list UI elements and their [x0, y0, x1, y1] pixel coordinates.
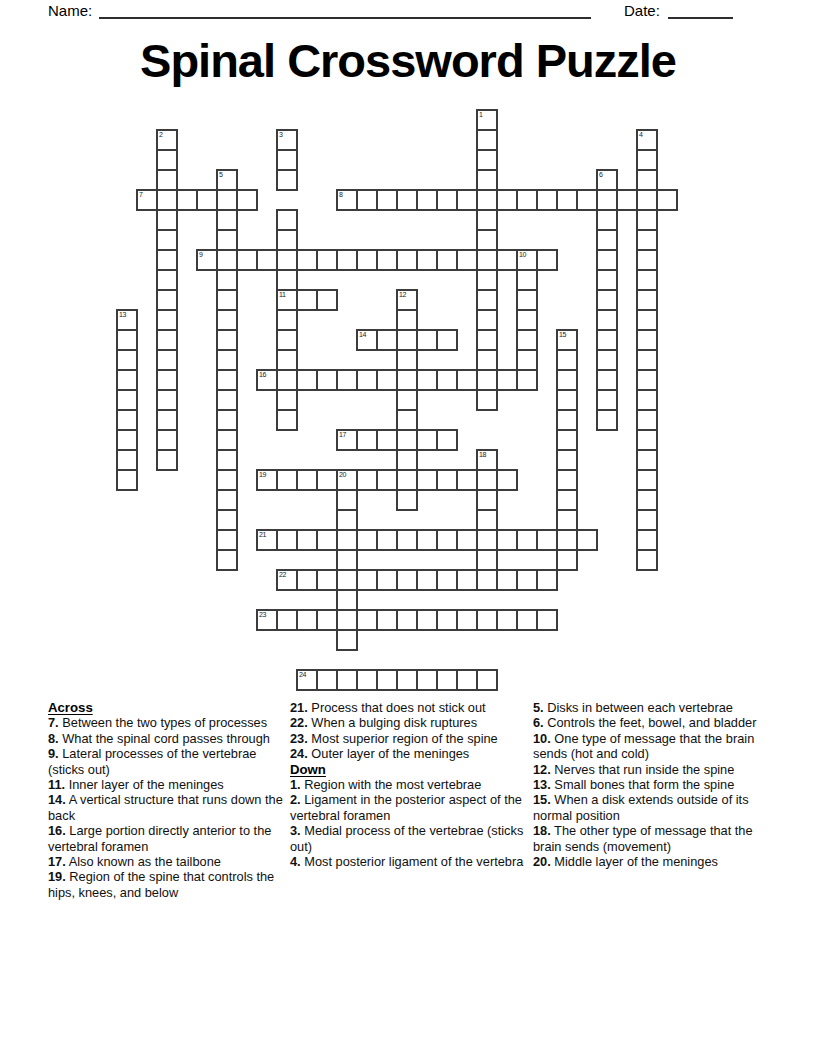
grid-cell[interactable]: 19 — [256, 469, 278, 491]
grid-cell[interactable] — [196, 189, 218, 211]
grid-cell[interactable] — [356, 669, 378, 691]
grid-cell[interactable]: 16 — [256, 369, 278, 391]
grid-cell[interactable] — [156, 349, 178, 371]
grid-cell[interactable] — [276, 249, 298, 271]
grid-cell[interactable] — [636, 389, 658, 411]
clue-number: 10 — [519, 251, 526, 259]
clue-number: 8 — [339, 191, 343, 199]
grid-cell[interactable] — [416, 529, 438, 551]
grid-cell[interactable] — [336, 569, 358, 591]
grid-cell[interactable] — [536, 189, 558, 211]
grid-cell[interactable] — [396, 369, 418, 391]
grid-cell[interactable] — [416, 669, 438, 691]
grid-cell[interactable] — [436, 569, 458, 591]
grid-cell[interactable] — [536, 529, 558, 551]
grid-cell[interactable] — [476, 669, 498, 691]
grid-cell[interactable]: 10 — [516, 249, 538, 271]
grid-cell[interactable] — [216, 549, 238, 571]
grid-cell[interactable] — [436, 669, 458, 691]
grid-cell[interactable] — [596, 229, 618, 251]
grid-cell[interactable] — [216, 289, 238, 311]
grid-cell[interactable] — [476, 269, 498, 291]
grid-cell[interactable] — [216, 269, 238, 291]
grid-cell[interactable] — [216, 409, 238, 431]
grid-cell[interactable] — [596, 409, 618, 431]
grid-cell[interactable]: 6 — [596, 169, 618, 191]
grid-cell[interactable] — [556, 189, 578, 211]
grid-cell[interactable] — [436, 189, 458, 211]
grid-cell[interactable] — [596, 329, 618, 351]
grid-cell[interactable] — [416, 469, 438, 491]
grid-cell[interactable] — [276, 229, 298, 251]
grid-cell[interactable] — [356, 429, 378, 451]
grid-cell[interactable] — [396, 449, 418, 471]
grid-cell[interactable] — [416, 569, 438, 591]
grid-cell[interactable] — [216, 249, 238, 271]
grid-cell[interactable] — [276, 609, 298, 631]
grid-cell[interactable]: 17 — [336, 429, 358, 451]
grid-cell[interactable] — [456, 609, 478, 631]
grid-cell[interactable] — [216, 529, 238, 551]
grid-cell[interactable] — [636, 269, 658, 291]
clue: 10. One type of message that the brain s… — [533, 731, 783, 762]
grid-cell[interactable] — [316, 569, 338, 591]
grid-cell[interactable] — [556, 409, 578, 431]
grid-cell[interactable] — [356, 189, 378, 211]
grid-cell[interactable] — [476, 209, 498, 231]
grid-cell[interactable] — [616, 189, 638, 211]
grid-cell[interactable] — [476, 569, 498, 591]
clue: 21. Process that does not stick out — [290, 700, 526, 715]
grid-cell[interactable] — [296, 289, 318, 311]
clue-number: 1 — [479, 111, 483, 119]
grid-cell[interactable] — [396, 329, 418, 351]
grid-cell[interactable] — [456, 569, 478, 591]
grid-cell[interactable] — [376, 249, 398, 271]
clue-number: 18 — [479, 451, 486, 459]
grid-cell[interactable] — [376, 329, 398, 351]
grid-cell[interactable] — [496, 469, 518, 491]
grid-cell[interactable] — [376, 609, 398, 631]
grid-cell[interactable] — [276, 269, 298, 291]
grid-cell[interactable] — [376, 469, 398, 491]
grid-cell[interactable]: 9 — [196, 249, 218, 271]
grid-cell[interactable] — [476, 229, 498, 251]
grid-cell[interactable] — [156, 229, 178, 251]
grid-cell[interactable] — [596, 309, 618, 331]
grid-cell[interactable] — [156, 169, 178, 191]
grid-cell[interactable] — [216, 369, 238, 391]
grid-cell[interactable] — [636, 549, 658, 571]
grid-cell[interactable] — [116, 429, 138, 451]
grid-cell[interactable] — [336, 369, 358, 391]
grid-cell[interactable] — [496, 189, 518, 211]
grid-cell[interactable] — [476, 489, 498, 511]
grid-cell[interactable] — [476, 369, 498, 391]
grid-cell[interactable] — [536, 249, 558, 271]
clue: 15. When a disk extends outside of its n… — [533, 792, 783, 823]
grid-cell[interactable] — [636, 489, 658, 511]
grid-cell[interactable] — [456, 469, 478, 491]
grid-cell[interactable] — [636, 469, 658, 491]
grid-cell[interactable] — [336, 529, 358, 551]
grid-cell[interactable] — [516, 349, 538, 371]
grid-cell[interactable] — [456, 529, 478, 551]
grid-cell[interactable] — [536, 569, 558, 591]
grid-cell[interactable] — [296, 469, 318, 491]
grid-cell[interactable] — [396, 309, 418, 331]
grid-cell[interactable]: 1 — [476, 109, 498, 131]
grid-cell[interactable] — [396, 349, 418, 371]
grid-cell[interactable] — [376, 529, 398, 551]
grid-cell[interactable] — [636, 309, 658, 331]
grid-cell[interactable] — [396, 609, 418, 631]
grid-cell[interactable] — [636, 229, 658, 251]
grid-cell[interactable] — [416, 329, 438, 351]
clue-number: 11 — [279, 291, 286, 299]
grid-cell[interactable] — [436, 329, 458, 351]
grid-cell[interactable] — [496, 529, 518, 551]
grid-cell[interactable] — [436, 429, 458, 451]
clue: 11. Inner layer of the meninges — [48, 777, 286, 792]
clue: 13. Small bones that form the spine — [533, 777, 783, 792]
grid-cell[interactable] — [116, 449, 138, 471]
grid-cell[interactable]: 3 — [276, 129, 298, 151]
grid-cell[interactable] — [176, 189, 198, 211]
grid-cell[interactable] — [336, 589, 358, 611]
grid-cell[interactable]: 7 — [136, 189, 158, 211]
grid-cell[interactable] — [456, 369, 478, 391]
grid-cell[interactable] — [476, 189, 498, 211]
clue: 12. Nerves that run inside the spine — [533, 762, 783, 777]
grid-cell[interactable]: 18 — [476, 449, 498, 471]
grid-cell[interactable] — [456, 249, 478, 271]
grid-cell[interactable] — [156, 269, 178, 291]
grid-cell[interactable] — [556, 429, 578, 451]
grid-cell[interactable] — [556, 389, 578, 411]
grid-cell[interactable] — [376, 369, 398, 391]
grid-cell[interactable] — [636, 209, 658, 231]
grid-cell[interactable]: 22 — [276, 569, 298, 591]
clue: 9. Lateral processes of the vertebrae (s… — [48, 746, 286, 777]
grid-cell[interactable] — [316, 289, 338, 311]
grid-cell[interactable] — [156, 429, 178, 451]
grid-cell[interactable] — [496, 369, 518, 391]
date-fill-line[interactable] — [668, 1, 733, 19]
grid-cell[interactable] — [276, 329, 298, 351]
grid-cell[interactable] — [216, 469, 238, 491]
grid-cell[interactable] — [276, 469, 298, 491]
grid-cell[interactable] — [476, 149, 498, 171]
grid-cell[interactable]: 12 — [396, 289, 418, 311]
clue-number: 14 — [359, 331, 366, 339]
grid-cell[interactable]: 11 — [276, 289, 298, 311]
grid-cell[interactable] — [156, 329, 178, 351]
grid-cell[interactable] — [276, 389, 298, 411]
grid-cell[interactable] — [556, 489, 578, 511]
grid-cell[interactable] — [636, 409, 658, 431]
grid-cell[interactable] — [216, 509, 238, 531]
grid-cell[interactable] — [116, 469, 138, 491]
grid-cell[interactable] — [536, 609, 558, 631]
grid-cell[interactable] — [156, 189, 178, 211]
grid-cell[interactable] — [316, 249, 338, 271]
grid-cell[interactable] — [416, 249, 438, 271]
clue: 23. Most superior region of the spine — [290, 731, 526, 746]
grid-cell[interactable] — [416, 369, 438, 391]
grid-cell[interactable] — [596, 289, 618, 311]
grid-cell[interactable] — [516, 309, 538, 331]
grid-cell[interactable] — [356, 469, 378, 491]
grid-cell[interactable] — [516, 569, 538, 591]
grid-cell[interactable] — [216, 429, 238, 451]
grid-cell[interactable] — [476, 529, 498, 551]
name-fill-line[interactable] — [99, 1, 591, 19]
grid-cell[interactable] — [576, 529, 598, 551]
grid-cell[interactable] — [596, 349, 618, 371]
grid-cell[interactable] — [156, 449, 178, 471]
grid-cell[interactable] — [596, 269, 618, 291]
grid-cell[interactable] — [516, 369, 538, 391]
grid-cell[interactable] — [356, 529, 378, 551]
grid-cell[interactable] — [636, 429, 658, 451]
grid-cell[interactable] — [276, 369, 298, 391]
grid-cell[interactable] — [556, 449, 578, 471]
grid-cell[interactable]: 15 — [556, 329, 578, 351]
grid-cell[interactable] — [396, 669, 418, 691]
grid-cell[interactable] — [316, 529, 338, 551]
grid-cell[interactable] — [476, 309, 498, 331]
grid-cell[interactable] — [156, 369, 178, 391]
grid-cell[interactable] — [516, 529, 538, 551]
grid-cell[interactable] — [396, 529, 418, 551]
grid-cell[interactable] — [216, 329, 238, 351]
grid-cell[interactable]: 14 — [356, 329, 378, 351]
grid-cell[interactable] — [216, 349, 238, 371]
grid-cell[interactable] — [636, 289, 658, 311]
grid-cell[interactable] — [296, 609, 318, 631]
grid-cell[interactable]: 8 — [336, 189, 358, 211]
grid-cell[interactable] — [576, 189, 598, 211]
grid-cell[interactable] — [276, 409, 298, 431]
grid-cell[interactable] — [396, 429, 418, 451]
grid-cell[interactable] — [276, 209, 298, 231]
grid-cell[interactable] — [276, 309, 298, 331]
grid-cell[interactable] — [216, 229, 238, 251]
clue-number: 4 — [639, 131, 643, 139]
grid-cell[interactable] — [476, 249, 498, 271]
grid-cell[interactable] — [596, 389, 618, 411]
grid-cell[interactable] — [476, 509, 498, 531]
grid-cell[interactable] — [556, 369, 578, 391]
grid-cell[interactable] — [156, 249, 178, 271]
clue: 8. What the spinal cord passes through — [48, 731, 286, 746]
grid-cell[interactable] — [476, 129, 498, 151]
grid-cell[interactable] — [596, 369, 618, 391]
grid-cell[interactable] — [516, 269, 538, 291]
grid-cell[interactable] — [456, 669, 478, 691]
grid-cell[interactable] — [356, 369, 378, 391]
grid-cell[interactable] — [376, 669, 398, 691]
grid-cell[interactable] — [116, 369, 138, 391]
grid-cell[interactable] — [376, 569, 398, 591]
grid-cell[interactable] — [416, 609, 438, 631]
grid-cell[interactable] — [496, 609, 518, 631]
grid-cell[interactable] — [316, 609, 338, 631]
grid-cell[interactable] — [216, 189, 238, 211]
grid-cell[interactable]: 23 — [256, 609, 278, 631]
grid-cell[interactable] — [436, 529, 458, 551]
grid-cell[interactable] — [216, 309, 238, 331]
grid-cell[interactable] — [276, 349, 298, 371]
grid-cell[interactable] — [216, 209, 238, 231]
grid-cell[interactable] — [516, 329, 538, 351]
grid-cell[interactable]: 13 — [116, 309, 138, 331]
grid-cell[interactable]: 5 — [216, 169, 238, 191]
grid-cell[interactable] — [116, 389, 138, 411]
clue-number: 9 — [199, 251, 203, 259]
clue: 2. Ligament in the posterior aspect of t… — [290, 792, 526, 823]
grid-cell[interactable] — [156, 409, 178, 431]
grid-cell[interactable] — [116, 329, 138, 351]
grid-cell[interactable] — [336, 629, 358, 651]
page-title: Spinal Crossword Puzzle — [0, 33, 816, 89]
grid-cell[interactable] — [336, 249, 358, 271]
grid-cell[interactable] — [436, 609, 458, 631]
grid-cell[interactable] — [396, 469, 418, 491]
grid-cell[interactable] — [556, 349, 578, 371]
grid-cell[interactable] — [516, 609, 538, 631]
grid-cell[interactable] — [316, 369, 338, 391]
grid-cell[interactable] — [336, 549, 358, 571]
grid-cell[interactable] — [296, 569, 318, 591]
clue: 22. When a bulging disk ruptures — [290, 715, 526, 730]
grid-cell[interactable] — [156, 149, 178, 171]
grid-cell[interactable] — [276, 169, 298, 191]
clue-number: 12 — [399, 291, 406, 299]
grid-cell[interactable] — [636, 509, 658, 531]
grid-cell[interactable] — [636, 529, 658, 551]
grid-cell[interactable] — [296, 369, 318, 391]
grid-cell[interactable] — [336, 669, 358, 691]
grid-cell[interactable] — [476, 549, 498, 571]
grid-cell[interactable] — [476, 329, 498, 351]
grid-cell[interactable] — [216, 489, 238, 511]
grid-cell[interactable] — [636, 449, 658, 471]
grid-cell[interactable] — [636, 349, 658, 371]
grid-cell[interactable] — [636, 249, 658, 271]
clue-column-1: Across7. Between the two types of proces… — [48, 700, 286, 900]
grid-cell[interactable] — [636, 169, 658, 191]
clue: 6. Controls the feet, bowel, and bladder — [533, 715, 783, 730]
grid-cell[interactable] — [276, 529, 298, 551]
clue-column-3: 5. Disks in between each vertebrae6. Con… — [533, 700, 783, 869]
grid-cell[interactable] — [396, 189, 418, 211]
grid-cell[interactable] — [336, 509, 358, 531]
grid-cell[interactable] — [436, 249, 458, 271]
grid-cell[interactable] — [436, 469, 458, 491]
grid-cell[interactable] — [596, 249, 618, 271]
grid-cell[interactable] — [556, 509, 578, 531]
grid-cell[interactable]: 20 — [336, 469, 358, 491]
clue-number: 7 — [139, 191, 143, 199]
grid-cell[interactable] — [396, 409, 418, 431]
grid-cell[interactable] — [516, 189, 538, 211]
grid-cell[interactable] — [636, 189, 658, 211]
grid-cell[interactable] — [116, 349, 138, 371]
grid-cell[interactable] — [636, 329, 658, 351]
grid-cell[interactable] — [496, 569, 518, 591]
grid-cell[interactable] — [416, 429, 438, 451]
grid-cell[interactable] — [296, 249, 318, 271]
grid-cell[interactable] — [156, 389, 178, 411]
grid-cell[interactable] — [216, 449, 238, 471]
grid-cell[interactable] — [236, 189, 258, 211]
grid-cell[interactable] — [476, 389, 498, 411]
grid-cell[interactable] — [436, 369, 458, 391]
clue-number: 20 — [339, 471, 346, 479]
grid-cell[interactable] — [636, 149, 658, 171]
grid-cell[interactable] — [256, 249, 278, 271]
grid-cell[interactable] — [656, 189, 678, 211]
grid-cell[interactable] — [356, 569, 378, 591]
grid-cell[interactable] — [236, 249, 258, 271]
grid-cell[interactable] — [556, 469, 578, 491]
grid-cell[interactable]: 4 — [636, 129, 658, 151]
grid-cell[interactable] — [556, 529, 578, 551]
grid-cell[interactable] — [456, 189, 478, 211]
grid-cell[interactable] — [316, 669, 338, 691]
grid-cell[interactable] — [396, 489, 418, 511]
grid-cell[interactable] — [376, 429, 398, 451]
grid-cell[interactable] — [356, 249, 378, 271]
grid-cell[interactable] — [156, 209, 178, 231]
grid-cell[interactable] — [476, 469, 498, 491]
grid-cell[interactable] — [496, 249, 518, 271]
grid-cell[interactable] — [396, 249, 418, 271]
grid-cell[interactable] — [476, 609, 498, 631]
grid-cell[interactable]: 24 — [296, 669, 318, 691]
grid-cell[interactable] — [476, 349, 498, 371]
grid-cell[interactable] — [476, 169, 498, 191]
grid-cell[interactable]: 21 — [256, 529, 278, 551]
grid-cell[interactable] — [296, 529, 318, 551]
date-label: Date: — [624, 2, 660, 19]
grid-cell[interactable] — [376, 189, 398, 211]
grid-cell[interactable] — [316, 469, 338, 491]
grid-cell[interactable] — [216, 389, 238, 411]
grid-cell[interactable] — [516, 289, 538, 311]
grid-cell[interactable] — [116, 409, 138, 431]
grid-cell[interactable] — [636, 369, 658, 391]
clue: 19. Region of the spine that controls th… — [48, 869, 286, 900]
grid-cell[interactable] — [596, 209, 618, 231]
grid-cell[interactable] — [336, 609, 358, 631]
grid-cell[interactable] — [396, 569, 418, 591]
grid-cell[interactable] — [416, 189, 438, 211]
clue-number: 2 — [159, 131, 163, 139]
grid-cell[interactable] — [276, 149, 298, 171]
grid-cell[interactable] — [596, 189, 618, 211]
grid-cell[interactable] — [156, 289, 178, 311]
grid-cell[interactable]: 2 — [156, 129, 178, 151]
grid-cell[interactable] — [556, 549, 578, 571]
grid-cell[interactable] — [476, 289, 498, 311]
grid-cell[interactable] — [356, 609, 378, 631]
grid-cell[interactable] — [156, 309, 178, 331]
grid-cell[interactable] — [396, 389, 418, 411]
grid-cell[interactable] — [336, 489, 358, 511]
